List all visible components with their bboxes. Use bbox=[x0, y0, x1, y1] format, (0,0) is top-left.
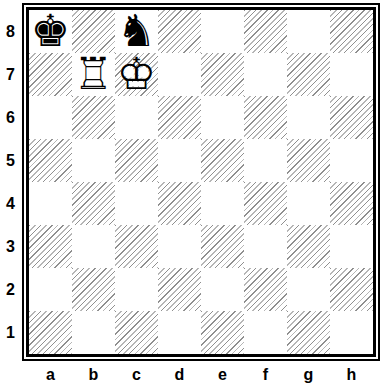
square-a3[interactable] bbox=[29, 225, 72, 268]
square-e2[interactable] bbox=[201, 268, 244, 311]
file-label-b: b bbox=[72, 362, 115, 387]
rank-label-4: 4 bbox=[0, 182, 20, 225]
square-f7[interactable] bbox=[244, 53, 287, 96]
chess-diagram: 87654321 ♚♞♜♖♚♔ abcdefgh bbox=[0, 0, 386, 388]
square-d2[interactable] bbox=[158, 268, 201, 311]
square-h3[interactable] bbox=[330, 225, 373, 268]
square-a4[interactable] bbox=[29, 182, 72, 225]
file-label-f: f bbox=[244, 362, 287, 387]
square-b8[interactable] bbox=[72, 10, 115, 53]
square-c1[interactable] bbox=[115, 311, 158, 354]
square-h6[interactable] bbox=[330, 96, 373, 139]
square-d8[interactable] bbox=[158, 10, 201, 53]
black-knight-glyph: ♞ bbox=[115, 9, 158, 53]
black-knight: ♞ bbox=[115, 10, 158, 53]
square-b6[interactable] bbox=[72, 96, 115, 139]
white-rook: ♜♖ bbox=[72, 53, 115, 96]
chess-board: ♚♞♜♖♚♔ bbox=[26, 7, 376, 357]
square-b4[interactable] bbox=[72, 182, 115, 225]
rank-label-2: 2 bbox=[0, 268, 20, 311]
square-d5[interactable] bbox=[158, 139, 201, 182]
rank-label-8: 8 bbox=[0, 10, 20, 53]
square-c3[interactable] bbox=[115, 225, 158, 268]
square-g8[interactable] bbox=[287, 10, 330, 53]
square-e7[interactable] bbox=[201, 53, 244, 96]
square-h5[interactable] bbox=[330, 139, 373, 182]
rank-label-1: 1 bbox=[0, 311, 20, 354]
square-d6[interactable] bbox=[158, 96, 201, 139]
square-d1[interactable] bbox=[158, 311, 201, 354]
square-f8[interactable] bbox=[244, 10, 287, 53]
rank-label-7: 7 bbox=[0, 53, 20, 96]
square-a2[interactable] bbox=[29, 268, 72, 311]
square-d7[interactable] bbox=[158, 53, 201, 96]
square-c6[interactable] bbox=[115, 96, 158, 139]
square-c2[interactable] bbox=[115, 268, 158, 311]
square-h2[interactable] bbox=[330, 268, 373, 311]
square-e3[interactable] bbox=[201, 225, 244, 268]
square-f2[interactable] bbox=[244, 268, 287, 311]
file-label-e: e bbox=[201, 362, 244, 387]
black-king-glyph: ♚ bbox=[29, 9, 72, 53]
square-f6[interactable] bbox=[244, 96, 287, 139]
square-g3[interactable] bbox=[287, 225, 330, 268]
square-g4[interactable] bbox=[287, 182, 330, 225]
file-label-h: h bbox=[330, 362, 373, 387]
square-e1[interactable] bbox=[201, 311, 244, 354]
rank-labels: 87654321 bbox=[0, 10, 20, 354]
square-g1[interactable] bbox=[287, 311, 330, 354]
rank-label-5: 5 bbox=[0, 139, 20, 182]
square-c4[interactable] bbox=[115, 182, 158, 225]
square-d4[interactable] bbox=[158, 182, 201, 225]
file-labels: abcdefgh bbox=[29, 362, 373, 387]
square-h8[interactable] bbox=[330, 10, 373, 53]
square-g7[interactable] bbox=[287, 53, 330, 96]
square-g5[interactable] bbox=[287, 139, 330, 182]
white-rook-glyph: ♖ bbox=[72, 52, 115, 96]
square-g2[interactable] bbox=[287, 268, 330, 311]
file-label-g: g bbox=[287, 362, 330, 387]
file-label-c: c bbox=[115, 362, 158, 387]
square-d3[interactable] bbox=[158, 225, 201, 268]
square-c7[interactable]: ♚♔ bbox=[115, 53, 158, 96]
square-a7[interactable] bbox=[29, 53, 72, 96]
square-c8[interactable]: ♞ bbox=[115, 10, 158, 53]
square-e8[interactable] bbox=[201, 10, 244, 53]
board-frame: ♚♞♜♖♚♔ bbox=[22, 3, 380, 361]
rank-label-3: 3 bbox=[0, 225, 20, 268]
square-e6[interactable] bbox=[201, 96, 244, 139]
square-c5[interactable] bbox=[115, 139, 158, 182]
square-e5[interactable] bbox=[201, 139, 244, 182]
square-f4[interactable] bbox=[244, 182, 287, 225]
square-h7[interactable] bbox=[330, 53, 373, 96]
square-a1[interactable] bbox=[29, 311, 72, 354]
square-b7[interactable]: ♜♖ bbox=[72, 53, 115, 96]
square-a8[interactable]: ♚ bbox=[29, 10, 72, 53]
square-b1[interactable] bbox=[72, 311, 115, 354]
square-h1[interactable] bbox=[330, 311, 373, 354]
black-king: ♚ bbox=[29, 10, 72, 53]
square-f3[interactable] bbox=[244, 225, 287, 268]
white-king-glyph: ♔ bbox=[115, 52, 158, 96]
square-a5[interactable] bbox=[29, 139, 72, 182]
square-b3[interactable] bbox=[72, 225, 115, 268]
square-a6[interactable] bbox=[29, 96, 72, 139]
white-king: ♚♔ bbox=[115, 53, 158, 96]
file-label-d: d bbox=[158, 362, 201, 387]
square-b5[interactable] bbox=[72, 139, 115, 182]
square-f1[interactable] bbox=[244, 311, 287, 354]
square-e4[interactable] bbox=[201, 182, 244, 225]
square-b2[interactable] bbox=[72, 268, 115, 311]
square-f5[interactable] bbox=[244, 139, 287, 182]
file-label-a: a bbox=[29, 362, 72, 387]
square-h4[interactable] bbox=[330, 182, 373, 225]
square-g6[interactable] bbox=[287, 96, 330, 139]
rank-label-6: 6 bbox=[0, 96, 20, 139]
